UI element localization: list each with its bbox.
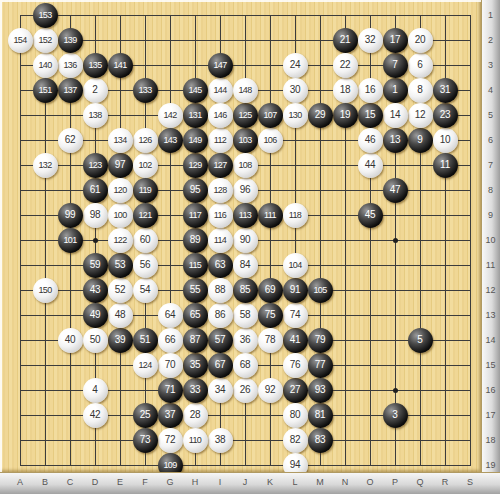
stone-white-28: 28 <box>183 403 208 428</box>
move-number: 66 <box>165 335 176 345</box>
stone-white-46: 46 <box>358 128 383 153</box>
move-number: 102 <box>138 161 151 170</box>
move-number: 107 <box>263 111 276 120</box>
stone-white-20: 20 <box>408 28 433 53</box>
stone-white-42: 42 <box>83 403 108 428</box>
stone-white-26: 26 <box>233 378 258 403</box>
stone-black-17: 17 <box>383 28 408 53</box>
column-label: M <box>311 477 329 487</box>
stone-black-45: 45 <box>358 203 383 228</box>
move-number: 154 <box>13 36 26 45</box>
stone-black-59: 59 <box>83 253 108 278</box>
move-number: 54 <box>140 285 151 295</box>
move-number: 82 <box>290 435 301 445</box>
row-label: 17 <box>482 410 499 420</box>
move-number: 144 <box>213 86 226 95</box>
star-point <box>393 388 398 393</box>
row-label: 16 <box>482 385 499 395</box>
move-number: 137 <box>63 86 76 95</box>
move-number: 75 <box>265 310 276 320</box>
stone-white-54: 54 <box>133 278 158 303</box>
stone-white-24: 24 <box>283 53 308 78</box>
stone-white-64: 64 <box>158 303 183 328</box>
move-number: 10 <box>440 135 451 145</box>
stone-white-52: 52 <box>108 278 133 303</box>
column-label: L <box>286 477 304 487</box>
column-label: R <box>436 477 454 487</box>
stone-white-122: 122 <box>108 228 133 253</box>
move-number: 146 <box>213 111 226 120</box>
move-number: 92 <box>265 385 276 395</box>
move-number: 80 <box>290 410 301 420</box>
stone-white-126: 126 <box>133 128 158 153</box>
move-number: 4 <box>92 385 97 395</box>
row-label: 14 <box>482 335 499 345</box>
stone-white-116: 116 <box>208 203 233 228</box>
stone-black-79: 79 <box>308 328 333 353</box>
move-number: 29 <box>315 110 326 120</box>
stone-white-22: 22 <box>333 53 358 78</box>
stone-black-117: 117 <box>183 203 208 228</box>
stone-white-100: 100 <box>108 203 133 228</box>
stone-black-73: 73 <box>133 428 158 453</box>
move-number: 38 <box>215 435 226 445</box>
move-number: 153 <box>38 11 51 20</box>
move-number: 32 <box>365 35 376 45</box>
move-number: 15 <box>365 110 376 120</box>
column-label: B <box>36 477 54 487</box>
move-number: 9 <box>417 135 422 145</box>
stone-black-53: 53 <box>108 253 133 278</box>
stone-white-16: 16 <box>358 78 383 103</box>
move-number: 83 <box>315 435 326 445</box>
move-number: 113 <box>239 211 252 220</box>
column-label: P <box>386 477 404 487</box>
stone-white-140: 140 <box>33 53 58 78</box>
stone-white-118: 118 <box>283 203 308 228</box>
stone-black-19: 19 <box>333 103 358 128</box>
move-number: 73 <box>140 435 151 445</box>
stone-white-146: 146 <box>208 103 233 128</box>
move-number: 35 <box>190 360 201 370</box>
stone-black-99: 99 <box>58 203 83 228</box>
stone-white-70: 70 <box>158 353 183 378</box>
stone-black-49: 49 <box>83 303 108 328</box>
move-number: 133 <box>138 86 151 95</box>
stone-black-27: 27 <box>283 378 308 403</box>
stone-black-105: 105 <box>308 278 333 303</box>
move-number: 93 <box>315 385 326 395</box>
column-label: A <box>11 477 29 487</box>
move-number: 103 <box>238 136 251 145</box>
stone-black-57: 57 <box>208 328 233 353</box>
column-label: F <box>136 477 154 487</box>
move-number: 81 <box>315 410 326 420</box>
move-number: 28 <box>190 410 201 420</box>
stone-black-127: 127 <box>208 153 233 178</box>
move-number: 119 <box>139 186 152 195</box>
stone-black-25: 25 <box>133 403 158 428</box>
move-number: 121 <box>138 211 151 220</box>
move-number: 99 <box>65 210 76 220</box>
move-number: 62 <box>65 135 76 145</box>
move-number: 123 <box>88 161 101 170</box>
stone-black-39: 39 <box>108 328 133 353</box>
stone-white-136: 136 <box>58 53 83 78</box>
row-label: 10 <box>482 235 499 245</box>
move-number: 57 <box>215 335 226 345</box>
stone-white-30: 30 <box>283 78 308 103</box>
move-number: 77 <box>315 360 326 370</box>
stone-white-8: 8 <box>408 78 433 103</box>
move-number: 79 <box>315 335 326 345</box>
move-number: 31 <box>440 85 451 95</box>
stone-black-123: 123 <box>83 153 108 178</box>
stone-white-130: 130 <box>283 103 308 128</box>
row-label: 2 <box>482 35 499 45</box>
move-number: 37 <box>165 410 176 420</box>
go-board-panel: 1234567891011121314151617181920212223242… <box>0 0 500 494</box>
move-number: 112 <box>214 136 227 145</box>
stone-white-34: 34 <box>208 378 233 403</box>
move-number: 147 <box>213 61 226 70</box>
move-number: 39 <box>115 335 126 345</box>
move-number: 129 <box>188 161 201 170</box>
stone-white-98: 98 <box>83 203 108 228</box>
move-number: 21 <box>340 35 351 45</box>
stone-white-12: 12 <box>408 103 433 128</box>
move-number: 16 <box>365 85 376 95</box>
stone-black-133: 133 <box>133 78 158 103</box>
move-number: 72 <box>165 435 176 445</box>
stone-white-112: 112 <box>208 128 233 153</box>
move-number: 150 <box>38 286 51 295</box>
stone-white-110: 110 <box>183 428 208 453</box>
stone-black-91: 91 <box>283 278 308 303</box>
stone-black-21: 21 <box>333 28 358 53</box>
stone-white-36: 36 <box>233 328 258 353</box>
stone-black-77: 77 <box>308 353 333 378</box>
stone-white-2: 2 <box>83 78 108 103</box>
stone-white-86: 86 <box>208 303 233 328</box>
row-label: 11 <box>482 260 499 270</box>
stone-black-69: 69 <box>258 278 283 303</box>
move-number: 76 <box>290 360 301 370</box>
move-number: 151 <box>38 86 51 95</box>
stone-black-11: 11 <box>433 153 458 178</box>
move-number: 131 <box>188 111 201 120</box>
row-label: 1 <box>482 10 499 20</box>
stone-white-78: 78 <box>258 328 283 353</box>
move-number: 139 <box>63 36 76 45</box>
stone-white-96: 96 <box>233 178 258 203</box>
move-number: 148 <box>238 86 251 95</box>
stone-black-95: 95 <box>183 178 208 203</box>
move-number: 74 <box>290 310 301 320</box>
stone-white-10: 10 <box>433 128 458 153</box>
move-number: 118 <box>289 211 302 220</box>
move-number: 84 <box>240 260 251 270</box>
stone-white-80: 80 <box>283 403 308 428</box>
move-number: 36 <box>240 335 251 345</box>
stone-white-38: 38 <box>208 428 233 453</box>
stone-black-7: 7 <box>383 53 408 78</box>
stone-black-63: 63 <box>208 253 233 278</box>
column-label: H <box>186 477 204 487</box>
stone-white-128: 128 <box>208 178 233 203</box>
move-number: 108 <box>238 161 251 170</box>
move-number: 138 <box>88 111 101 120</box>
move-number: 14 <box>390 110 401 120</box>
stone-white-58: 58 <box>233 303 258 328</box>
move-number: 34 <box>215 385 226 395</box>
move-number: 78 <box>265 335 276 345</box>
stone-black-87: 87 <box>183 328 208 353</box>
row-label: 5 <box>482 110 499 120</box>
stone-black-137: 137 <box>58 78 83 103</box>
move-number: 52 <box>115 285 126 295</box>
column-label: N <box>336 477 354 487</box>
stone-white-14: 14 <box>383 103 408 128</box>
move-number: 124 <box>138 361 151 370</box>
move-number: 51 <box>140 335 151 345</box>
stone-black-65: 65 <box>183 303 208 328</box>
stone-black-43: 43 <box>83 278 108 303</box>
move-number: 85 <box>240 285 251 295</box>
move-number: 128 <box>213 186 226 195</box>
move-number: 63 <box>215 260 226 270</box>
move-number: 140 <box>38 61 51 70</box>
move-number: 5 <box>417 335 422 345</box>
move-number: 55 <box>190 285 201 295</box>
move-number: 25 <box>140 410 151 420</box>
stone-white-120: 120 <box>108 178 133 203</box>
stone-white-4: 4 <box>83 378 108 403</box>
move-number: 33 <box>190 385 201 395</box>
move-number: 110 <box>189 436 202 445</box>
move-number: 48 <box>115 310 126 320</box>
stone-black-139: 139 <box>58 28 83 53</box>
stone-black-151: 151 <box>33 78 58 103</box>
stone-black-61: 61 <box>83 178 108 203</box>
move-number: 11 <box>440 160 450 170</box>
stone-black-31: 31 <box>433 78 458 103</box>
stone-white-102: 102 <box>133 153 158 178</box>
stone-black-81: 81 <box>308 403 333 428</box>
row-label: 3 <box>482 60 499 70</box>
move-number: 109 <box>163 461 176 470</box>
stone-white-82: 82 <box>283 428 308 453</box>
column-label: C <box>61 477 79 487</box>
move-number: 95 <box>190 185 201 195</box>
move-number: 87 <box>190 335 201 345</box>
stone-black-93: 93 <box>308 378 333 403</box>
stone-black-129: 129 <box>183 153 208 178</box>
stone-black-35: 35 <box>183 353 208 378</box>
move-number: 12 <box>415 110 426 120</box>
stone-black-67: 67 <box>208 353 233 378</box>
stone-black-41: 41 <box>283 328 308 353</box>
stone-black-85: 85 <box>233 278 258 303</box>
move-number: 101 <box>63 236 76 245</box>
row-label: 8 <box>482 185 499 195</box>
move-number: 117 <box>189 211 202 220</box>
column-label: S <box>461 477 479 487</box>
move-number: 40 <box>65 335 76 345</box>
stone-black-33: 33 <box>183 378 208 403</box>
stone-black-149: 149 <box>183 128 208 153</box>
move-number: 116 <box>214 211 227 220</box>
column-label: J <box>236 477 254 487</box>
move-number: 106 <box>263 136 276 145</box>
move-number: 22 <box>340 60 351 70</box>
stone-black-107: 107 <box>258 103 283 128</box>
stone-white-88: 88 <box>208 278 233 303</box>
row-label: 18 <box>482 435 499 445</box>
move-number: 135 <box>88 61 101 70</box>
move-number: 134 <box>113 136 126 145</box>
move-number: 18 <box>340 85 351 95</box>
row-label: 13 <box>482 310 499 320</box>
stone-black-9: 9 <box>408 128 433 153</box>
move-number: 142 <box>163 111 176 120</box>
stone-white-68: 68 <box>233 353 258 378</box>
move-number: 111 <box>264 211 276 220</box>
stone-black-135: 135 <box>83 53 108 78</box>
stone-black-119: 119 <box>133 178 158 203</box>
move-number: 64 <box>165 310 176 320</box>
stone-black-71: 71 <box>158 378 183 403</box>
move-number: 59 <box>90 260 101 270</box>
move-number: 6 <box>417 60 422 70</box>
move-number: 2 <box>92 85 97 95</box>
stone-white-152: 152 <box>33 28 58 53</box>
move-number: 94 <box>290 460 301 470</box>
stone-white-32: 32 <box>358 28 383 53</box>
move-number: 120 <box>113 186 126 195</box>
row-label: 12 <box>482 285 499 295</box>
move-number: 96 <box>240 185 251 195</box>
stone-black-147: 147 <box>208 53 233 78</box>
stone-black-55: 55 <box>183 278 208 303</box>
move-number: 45 <box>365 210 376 220</box>
stone-white-66: 66 <box>158 328 183 353</box>
move-number: 60 <box>140 235 151 245</box>
move-number: 86 <box>215 310 226 320</box>
stone-black-83: 83 <box>308 428 333 453</box>
move-number: 132 <box>38 161 51 170</box>
move-number: 152 <box>38 36 51 45</box>
stone-white-142: 142 <box>158 103 183 128</box>
move-number: 19 <box>340 110 351 120</box>
move-number: 88 <box>215 285 226 295</box>
move-number: 47 <box>390 185 401 195</box>
move-number: 98 <box>90 210 101 220</box>
move-number: 130 <box>288 111 301 120</box>
column-label: D <box>86 477 104 487</box>
move-number: 41 <box>290 335 301 345</box>
move-number: 69 <box>265 285 276 295</box>
row-label: 19 <box>482 460 499 470</box>
stone-white-106: 106 <box>258 128 283 153</box>
stone-white-84: 84 <box>233 253 258 278</box>
stone-black-1: 1 <box>383 78 408 103</box>
stone-white-138: 138 <box>83 103 108 128</box>
move-number: 97 <box>115 160 126 170</box>
stone-black-103: 103 <box>233 128 258 153</box>
stone-white-132: 132 <box>33 153 58 178</box>
row-label: 7 <box>482 160 499 170</box>
stone-black-5: 5 <box>408 328 433 353</box>
move-number: 26 <box>240 385 251 395</box>
move-number: 149 <box>188 136 201 145</box>
stone-white-154: 154 <box>8 28 33 53</box>
move-number: 42 <box>90 410 101 420</box>
row-label: 15 <box>482 360 499 370</box>
column-label: K <box>261 477 279 487</box>
stone-white-108: 108 <box>233 153 258 178</box>
stone-white-40: 40 <box>58 328 83 353</box>
move-number: 145 <box>188 86 201 95</box>
move-number: 71 <box>165 385 176 395</box>
move-number: 125 <box>238 111 251 120</box>
stone-white-56: 56 <box>133 253 158 278</box>
move-number: 68 <box>240 360 251 370</box>
stone-black-97: 97 <box>108 153 133 178</box>
stone-black-3: 3 <box>383 403 408 428</box>
star-point <box>93 238 98 243</box>
stone-black-23: 23 <box>433 103 458 128</box>
row-label: 6 <box>482 135 499 145</box>
move-number: 89 <box>190 235 201 245</box>
stone-white-44: 44 <box>358 153 383 178</box>
column-label: Q <box>411 477 429 487</box>
move-number: 53 <box>115 260 126 270</box>
column-label: O <box>361 477 379 487</box>
stone-white-6: 6 <box>408 53 433 78</box>
move-number: 105 <box>313 286 326 295</box>
move-number: 126 <box>138 136 151 145</box>
stone-black-125: 125 <box>233 103 258 128</box>
stone-black-15: 15 <box>358 103 383 128</box>
move-number: 49 <box>90 310 101 320</box>
stone-black-121: 121 <box>133 203 158 228</box>
move-number: 7 <box>392 60 397 70</box>
stone-black-47: 47 <box>383 178 408 203</box>
stone-white-60: 60 <box>133 228 158 253</box>
stone-white-104: 104 <box>283 253 308 278</box>
stone-white-62: 62 <box>58 128 83 153</box>
stone-black-153: 153 <box>33 3 58 28</box>
stone-black-89: 89 <box>183 228 208 253</box>
move-number: 127 <box>213 161 226 170</box>
move-number: 61 <box>90 185 101 195</box>
stone-white-90: 90 <box>233 228 258 253</box>
stone-black-37: 37 <box>158 403 183 428</box>
star-point <box>393 238 398 243</box>
stone-black-143: 143 <box>158 128 183 153</box>
stone-black-29: 29 <box>308 103 333 128</box>
move-number: 24 <box>290 60 301 70</box>
stone-white-92: 92 <box>258 378 283 403</box>
stone-black-75: 75 <box>258 303 283 328</box>
stone-white-50: 50 <box>83 328 108 353</box>
move-number: 30 <box>290 85 301 95</box>
move-number: 1 <box>392 85 397 95</box>
stone-white-144: 144 <box>208 78 233 103</box>
stone-white-150: 150 <box>33 278 58 303</box>
move-number: 136 <box>63 61 76 70</box>
